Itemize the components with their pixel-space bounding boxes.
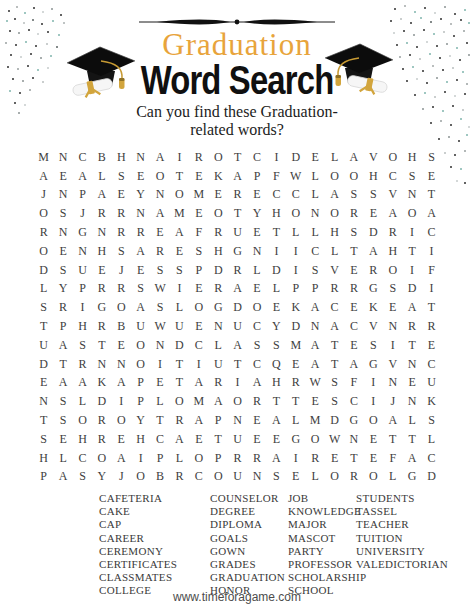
grid-cell[interactable]: C: [422, 355, 441, 374]
grid-cell[interactable]: R: [92, 204, 111, 223]
grid-cell[interactable]: H: [383, 242, 402, 261]
grid-cell[interactable]: Q: [267, 355, 286, 374]
grid-cell[interactable]: A: [53, 374, 72, 393]
grid-cell[interactable]: A: [112, 449, 131, 468]
grid-cell[interactable]: R: [344, 204, 363, 223]
grid-cell[interactable]: R: [209, 280, 228, 299]
grid-cell[interactable]: S: [34, 298, 53, 317]
grid-cell[interactable]: E: [189, 317, 208, 336]
grid-cell[interactable]: S: [364, 336, 383, 355]
grid-cell[interactable]: L: [247, 261, 266, 280]
grid-cell[interactable]: S: [422, 148, 441, 167]
grid-cell[interactable]: A: [150, 204, 169, 223]
grid-cell[interactable]: N: [344, 430, 363, 449]
grid-cell[interactable]: L: [34, 280, 53, 299]
grid-cell[interactable]: O: [383, 261, 402, 280]
grid-cell[interactable]: O: [131, 355, 150, 374]
grid-cell[interactable]: S: [170, 261, 189, 280]
grid-cell[interactable]: C: [422, 223, 441, 242]
grid-cell[interactable]: E: [305, 148, 324, 167]
grid-cell[interactable]: E: [267, 430, 286, 449]
grid-cell[interactable]: B: [150, 468, 169, 487]
grid-cell[interactable]: R: [170, 468, 189, 487]
grid-cell[interactable]: N: [131, 148, 150, 167]
grid-cell[interactable]: P: [209, 411, 228, 430]
grid-cell[interactable]: A: [383, 204, 402, 223]
grid-cell[interactable]: I: [364, 374, 383, 393]
grid-cell[interactable]: E: [267, 298, 286, 317]
grid-cell[interactable]: C: [305, 242, 324, 261]
grid-cell[interactable]: J: [112, 468, 131, 487]
grid-cell[interactable]: A: [228, 280, 247, 299]
grid-cell[interactable]: E: [189, 204, 208, 223]
grid-cell[interactable]: D: [34, 261, 53, 280]
grid-cell[interactable]: T: [209, 430, 228, 449]
grid-cell[interactable]: T: [267, 223, 286, 242]
grid-cell[interactable]: E: [422, 167, 441, 186]
grid-cell[interactable]: K: [364, 298, 383, 317]
grid-cell[interactable]: A: [73, 374, 92, 393]
grid-cell[interactable]: R: [228, 261, 247, 280]
grid-cell[interactable]: E: [364, 449, 383, 468]
grid-cell[interactable]: O: [325, 204, 344, 223]
grid-cell[interactable]: I: [267, 148, 286, 167]
grid-cell[interactable]: R: [247, 449, 266, 468]
grid-cell[interactable]: G: [364, 280, 383, 299]
grid-cell[interactable]: L: [150, 392, 169, 411]
grid-cell[interactable]: T: [170, 167, 189, 186]
grid-cell[interactable]: L: [170, 298, 189, 317]
grid-cell[interactable]: P: [73, 186, 92, 205]
grid-cell[interactable]: L: [92, 167, 111, 186]
grid-cell[interactable]: I: [267, 242, 286, 261]
grid-cell[interactable]: E: [344, 261, 363, 280]
grid-cell[interactable]: O: [34, 204, 53, 223]
grid-cell[interactable]: K: [92, 374, 111, 393]
grid-cell[interactable]: E: [286, 355, 305, 374]
grid-cell[interactable]: R: [422, 317, 441, 336]
grid-cell[interactable]: E: [112, 336, 131, 355]
grid-cell[interactable]: B: [112, 317, 131, 336]
grid-cell[interactable]: S: [267, 468, 286, 487]
grid-cell[interactable]: P: [286, 280, 305, 299]
grid-cell[interactable]: O: [112, 411, 131, 430]
grid-cell[interactable]: M: [305, 411, 324, 430]
grid-cell[interactable]: L: [286, 223, 305, 242]
grid-cell[interactable]: H: [325, 223, 344, 242]
grid-cell[interactable]: G: [73, 223, 92, 242]
grid-cell[interactable]: T: [383, 430, 402, 449]
grid-cell[interactable]: R: [209, 223, 228, 242]
grid-cell[interactable]: O: [170, 186, 189, 205]
grid-cell[interactable]: C: [73, 449, 92, 468]
grid-cell[interactable]: T: [53, 355, 72, 374]
grid-cell[interactable]: O: [112, 298, 131, 317]
grid-cell[interactable]: C: [247, 148, 266, 167]
grid-cell[interactable]: J: [73, 204, 92, 223]
grid-cell[interactable]: L: [325, 242, 344, 261]
grid-cell[interactable]: E: [131, 167, 150, 186]
grid-cell[interactable]: E: [170, 242, 189, 261]
grid-cell[interactable]: N: [92, 355, 111, 374]
grid-cell[interactable]: O: [34, 242, 53, 261]
grid-cell[interactable]: C: [189, 468, 208, 487]
grid-cell[interactable]: H: [73, 317, 92, 336]
grid-cell[interactable]: A: [402, 449, 421, 468]
grid-cell[interactable]: W: [305, 374, 324, 393]
grid-cell[interactable]: T: [34, 411, 53, 430]
grid-cell[interactable]: I: [112, 392, 131, 411]
grid-cell[interactable]: U: [228, 430, 247, 449]
grid-cell[interactable]: Y: [131, 186, 150, 205]
grid-cell[interactable]: E: [364, 204, 383, 223]
grid-cell[interactable]: T: [422, 186, 441, 205]
grid-cell[interactable]: E: [53, 430, 72, 449]
grid-cell[interactable]: O: [228, 392, 247, 411]
grid-cell[interactable]: A: [402, 298, 421, 317]
grid-cell[interactable]: A: [112, 374, 131, 393]
grid-cell[interactable]: E: [247, 186, 266, 205]
grid-cell[interactable]: N: [53, 223, 72, 242]
grid-cell[interactable]: S: [247, 336, 266, 355]
grid-cell[interactable]: A: [34, 167, 53, 186]
grid-cell[interactable]: I: [189, 355, 208, 374]
grid-cell[interactable]: R: [344, 468, 363, 487]
grid-cell[interactable]: I: [422, 242, 441, 261]
grid-cell[interactable]: D: [364, 223, 383, 242]
grid-cell[interactable]: S: [53, 392, 72, 411]
grid-cell[interactable]: O: [364, 411, 383, 430]
grid-cell[interactable]: I: [402, 223, 421, 242]
grid-cell[interactable]: R: [189, 148, 208, 167]
grid-cell[interactable]: R: [402, 317, 421, 336]
grid-cell[interactable]: A: [305, 355, 324, 374]
grid-cell[interactable]: S: [112, 167, 131, 186]
grid-cell[interactable]: R: [34, 223, 53, 242]
grid-cell[interactable]: G: [402, 468, 421, 487]
grid-cell[interactable]: I: [383, 336, 402, 355]
grid-cell[interactable]: A: [170, 223, 189, 242]
grid-cell[interactable]: C: [383, 167, 402, 186]
grid-cell[interactable]: O: [92, 449, 111, 468]
grid-cell[interactable]: W: [325, 430, 344, 449]
grid-cell[interactable]: R: [131, 223, 150, 242]
grid-cell[interactable]: L: [286, 411, 305, 430]
grid-cell[interactable]: C: [189, 336, 208, 355]
grid-cell[interactable]: L: [325, 148, 344, 167]
grid-cell[interactable]: H: [34, 449, 53, 468]
grid-cell[interactable]: S: [53, 204, 72, 223]
grid-cell[interactable]: T: [325, 355, 344, 374]
grid-cell[interactable]: E: [305, 392, 324, 411]
grid-cell[interactable]: B: [92, 148, 111, 167]
grid-cell[interactable]: M: [189, 186, 208, 205]
grid-cell[interactable]: Y: [92, 468, 111, 487]
grid-cell[interactable]: S: [344, 186, 363, 205]
grid-cell[interactable]: P: [189, 261, 208, 280]
grid-cell[interactable]: U: [131, 317, 150, 336]
grid-cell[interactable]: F: [189, 223, 208, 242]
grid-cell[interactable]: R: [92, 411, 111, 430]
grid-cell[interactable]: E: [344, 298, 363, 317]
grid-cell[interactable]: H: [209, 242, 228, 261]
grid-cell[interactable]: H: [364, 167, 383, 186]
grid-cell[interactable]: E: [344, 336, 363, 355]
grid-cell[interactable]: O: [325, 167, 344, 186]
grid-cell[interactable]: O: [286, 204, 305, 223]
grid-cell[interactable]: S: [364, 186, 383, 205]
grid-cell[interactable]: A: [73, 167, 92, 186]
grid-cell[interactable]: A: [189, 411, 208, 430]
grid-cell[interactable]: A: [422, 204, 441, 223]
grid-cell[interactable]: P: [53, 317, 72, 336]
grid-cell[interactable]: C: [344, 392, 363, 411]
grid-cell[interactable]: U: [228, 317, 247, 336]
grid-cell[interactable]: S: [53, 411, 72, 430]
grid-cell[interactable]: A: [53, 336, 72, 355]
grid-cell[interactable]: E: [34, 374, 53, 393]
grid-cell[interactable]: L: [305, 468, 324, 487]
grid-cell[interactable]: A: [267, 411, 286, 430]
grid-cell[interactable]: C: [422, 449, 441, 468]
grid-cell[interactable]: S: [34, 430, 53, 449]
grid-cell[interactable]: E: [325, 449, 344, 468]
grid-cell[interactable]: A: [189, 374, 208, 393]
grid-cell[interactable]: G: [228, 242, 247, 261]
grid-cell[interactable]: O: [209, 204, 228, 223]
grid-cell[interactable]: U: [422, 374, 441, 393]
grid-cell[interactable]: R: [344, 280, 363, 299]
grid-cell[interactable]: R: [228, 186, 247, 205]
grid-cell[interactable]: C: [267, 186, 286, 205]
grid-cell[interactable]: R: [170, 411, 189, 430]
grid-cell[interactable]: D: [422, 468, 441, 487]
grid-cell[interactable]: N: [34, 392, 53, 411]
grid-cell[interactable]: T: [170, 374, 189, 393]
grid-cell[interactable]: N: [305, 317, 324, 336]
grid-cell[interactable]: J: [112, 261, 131, 280]
grid-cell[interactable]: Y: [267, 317, 286, 336]
grid-cell[interactable]: P: [73, 280, 92, 299]
grid-cell[interactable]: E: [247, 223, 266, 242]
grid-cell[interactable]: A: [383, 411, 402, 430]
grid-cell[interactable]: L: [422, 430, 441, 449]
grid-cell[interactable]: E: [150, 223, 169, 242]
grid-cell[interactable]: C: [247, 317, 266, 336]
grid-cell[interactable]: S: [325, 392, 344, 411]
grid-cell[interactable]: N: [209, 317, 228, 336]
grid-cell[interactable]: T: [228, 148, 247, 167]
grid-cell[interactable]: O: [189, 298, 208, 317]
grid-cell[interactable]: G: [209, 298, 228, 317]
grid-cell[interactable]: A: [305, 298, 324, 317]
grid-cell[interactable]: S: [325, 374, 344, 393]
grid-cell[interactable]: E: [402, 374, 421, 393]
grid-cell[interactable]: E: [247, 280, 266, 299]
grid-cell[interactable]: M: [189, 392, 208, 411]
grid-cell[interactable]: V: [364, 148, 383, 167]
grid-cell[interactable]: C: [247, 355, 266, 374]
grid-cell[interactable]: S: [383, 280, 402, 299]
grid-cell[interactable]: T: [228, 204, 247, 223]
grid-cell[interactable]: P: [247, 167, 266, 186]
grid-cell[interactable]: I: [150, 355, 169, 374]
grid-cell[interactable]: W: [150, 280, 169, 299]
grid-cell[interactable]: D: [209, 261, 228, 280]
grid-cell[interactable]: D: [92, 392, 111, 411]
grid-cell[interactable]: D: [170, 336, 189, 355]
grid-cell[interactable]: E: [247, 411, 266, 430]
grid-cell[interactable]: T: [402, 336, 421, 355]
grid-cell[interactable]: N: [92, 223, 111, 242]
grid-cell[interactable]: A: [344, 148, 363, 167]
grid-cell[interactable]: C: [325, 298, 344, 317]
grid-cell[interactable]: A: [131, 298, 150, 317]
grid-cell[interactable]: E: [53, 167, 72, 186]
grid-cell[interactable]: O: [209, 148, 228, 167]
grid-cell[interactable]: O: [131, 468, 150, 487]
grid-cell[interactable]: N: [383, 374, 402, 393]
grid-cell[interactable]: J: [383, 392, 402, 411]
grid-cell[interactable]: R: [383, 223, 402, 242]
grid-cell[interactable]: O: [73, 411, 92, 430]
grid-cell[interactable]: I: [364, 392, 383, 411]
grid-cell[interactable]: N: [53, 186, 72, 205]
grid-cell[interactable]: R: [53, 298, 72, 317]
grid-cell[interactable]: M: [286, 336, 305, 355]
grid-cell[interactable]: H: [112, 148, 131, 167]
grid-cell[interactable]: L: [53, 449, 72, 468]
grid-cell[interactable]: S: [73, 336, 92, 355]
grid-cell[interactable]: G: [344, 411, 363, 430]
grid-cell[interactable]: A: [228, 336, 247, 355]
grid-cell[interactable]: S: [267, 336, 286, 355]
grid-cell[interactable]: R: [247, 392, 266, 411]
grid-cell[interactable]: P: [150, 449, 169, 468]
grid-cell[interactable]: T: [402, 430, 421, 449]
grid-cell[interactable]: T: [92, 336, 111, 355]
grid-cell[interactable]: I: [286, 261, 305, 280]
grid-cell[interactable]: L: [267, 280, 286, 299]
grid-cell[interactable]: U: [170, 317, 189, 336]
grid-cell[interactable]: W: [286, 167, 305, 186]
grid-cell[interactable]: V: [364, 317, 383, 336]
grid-cell[interactable]: C: [150, 430, 169, 449]
grid-cell[interactable]: T: [422, 298, 441, 317]
grid-cell[interactable]: U: [228, 468, 247, 487]
grid-cell[interactable]: N: [247, 242, 266, 261]
grid-cell[interactable]: T: [34, 317, 53, 336]
grid-cell[interactable]: C: [286, 186, 305, 205]
grid-cell[interactable]: R: [73, 355, 92, 374]
grid-cell[interactable]: L: [305, 223, 324, 242]
grid-cell[interactable]: R: [325, 280, 344, 299]
grid-cell[interactable]: N: [150, 336, 169, 355]
grid-cell[interactable]: O: [325, 468, 344, 487]
grid-cell[interactable]: E: [286, 468, 305, 487]
grid-cell[interactable]: S: [112, 242, 131, 261]
grid-cell[interactable]: E: [422, 336, 441, 355]
grid-cell[interactable]: H: [131, 430, 150, 449]
grid-cell[interactable]: I: [228, 374, 247, 393]
grid-cell[interactable]: E: [150, 374, 169, 393]
grid-cell[interactable]: F: [267, 167, 286, 186]
grid-cell[interactable]: N: [247, 468, 266, 487]
grid-cell[interactable]: I: [170, 148, 189, 167]
grid-cell[interactable]: R: [305, 449, 324, 468]
grid-cell[interactable]: K: [422, 392, 441, 411]
grid-cell[interactable]: N: [131, 204, 150, 223]
grid-cell[interactable]: S: [131, 280, 150, 299]
grid-cell[interactable]: N: [402, 186, 421, 205]
grid-cell[interactable]: S: [402, 167, 421, 186]
grid-cell[interactable]: R: [112, 280, 131, 299]
grid-cell[interactable]: L: [383, 468, 402, 487]
grid-cell[interactable]: I: [170, 280, 189, 299]
grid-cell[interactable]: S: [305, 261, 324, 280]
grid-cell[interactable]: S: [422, 411, 441, 430]
grid-cell[interactable]: C: [73, 148, 92, 167]
grid-cell[interactable]: I: [286, 449, 305, 468]
grid-cell[interactable]: D: [286, 148, 305, 167]
grid-cell[interactable]: U: [209, 355, 228, 374]
grid-cell[interactable]: A: [267, 449, 286, 468]
grid-cell[interactable]: I: [402, 261, 421, 280]
grid-cell[interactable]: M: [34, 148, 53, 167]
grid-cell[interactable]: L: [170, 449, 189, 468]
grid-cell[interactable]: E: [112, 430, 131, 449]
grid-cell[interactable]: D: [325, 411, 344, 430]
grid-cell[interactable]: P: [209, 449, 228, 468]
grid-cell[interactable]: C: [344, 317, 363, 336]
grid-cell[interactable]: L: [73, 392, 92, 411]
grid-cell[interactable]: K: [286, 298, 305, 317]
grid-cell[interactable]: G: [286, 430, 305, 449]
grid-cell[interactable]: N: [228, 411, 247, 430]
grid-cell[interactable]: R: [92, 280, 111, 299]
grid-cell[interactable]: V: [325, 261, 344, 280]
grid-cell[interactable]: T: [402, 242, 421, 261]
grid-cell[interactable]: G: [364, 355, 383, 374]
grid-cell[interactable]: A: [325, 186, 344, 205]
grid-cell[interactable]: A: [92, 186, 111, 205]
grid-cell[interactable]: R: [228, 449, 247, 468]
grid-cell[interactable]: A: [209, 392, 228, 411]
grid-cell[interactable]: D: [34, 355, 53, 374]
grid-cell[interactable]: R: [112, 204, 131, 223]
grid-cell[interactable]: H: [73, 430, 92, 449]
grid-cell[interactable]: L: [209, 336, 228, 355]
grid-cell[interactable]: O: [247, 298, 266, 317]
grid-cell[interactable]: E: [53, 242, 72, 261]
grid-cell[interactable]: D: [286, 317, 305, 336]
grid-cell[interactable]: A: [344, 355, 363, 374]
grid-cell[interactable]: Y: [53, 280, 72, 299]
grid-cell[interactable]: I: [131, 449, 150, 468]
grid-cell[interactable]: S: [150, 261, 169, 280]
grid-cell[interactable]: I: [73, 298, 92, 317]
grid-cell[interactable]: P: [131, 392, 150, 411]
grid-cell[interactable]: T: [344, 449, 363, 468]
grid-cell[interactable]: T: [170, 355, 189, 374]
grid-cell[interactable]: E: [383, 298, 402, 317]
grid-cell[interactable]: F: [383, 449, 402, 468]
grid-cell[interactable]: H: [402, 148, 421, 167]
grid-cell[interactable]: S: [150, 298, 169, 317]
grid-cell[interactable]: H: [92, 242, 111, 261]
grid-cell[interactable]: E: [189, 280, 208, 299]
grid-cell[interactable]: M: [170, 204, 189, 223]
